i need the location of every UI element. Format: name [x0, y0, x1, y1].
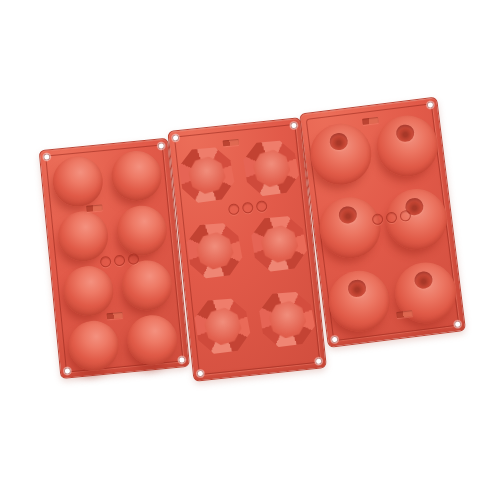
dimpled-dome-cavity: [325, 267, 393, 335]
tray-hemisphere: [39, 138, 190, 379]
hanging-hole: [196, 370, 204, 378]
dimple-crater: [414, 271, 433, 290]
dimpled-dome-cavity: [315, 194, 383, 262]
tray-dimple: [299, 97, 466, 348]
hanging-hole: [331, 336, 339, 344]
cavity-grid: [168, 118, 323, 358]
dimpled-dome-cavity: [306, 120, 374, 188]
dimpled-dome-cavity: [373, 112, 441, 180]
gem-cavity: [191, 295, 254, 358]
dimple-crater: [338, 206, 357, 225]
hemisphere-cavity: [114, 203, 169, 258]
gem-cavity: [175, 144, 238, 207]
gem-top-facet: [186, 154, 227, 195]
gem-cavity: [248, 212, 311, 275]
hemisphere-cavity: [66, 319, 121, 374]
hanging-hole: [64, 367, 72, 375]
product-photo-background: [0, 0, 500, 500]
hanging-hole: [178, 356, 186, 364]
gem-top-facet: [202, 305, 243, 346]
silicone-mold-set: [37, 101, 467, 394]
gem-cavity: [183, 219, 246, 282]
hemisphere-cavity: [109, 149, 164, 204]
hanging-hole: [454, 320, 462, 328]
hemisphere-cavity: [125, 313, 180, 368]
gem-top-facet: [194, 230, 235, 271]
gem-cavity: [240, 137, 303, 200]
gem-top-facet: [259, 223, 300, 264]
dimple-crater: [396, 124, 415, 143]
hemisphere-cavity: [61, 264, 116, 319]
hemisphere-cavity: [50, 154, 105, 209]
gem-cavity: [256, 288, 319, 351]
gem-top-facet: [266, 299, 307, 340]
gem-top-facet: [251, 147, 292, 188]
dimple-crater: [329, 132, 348, 151]
hanging-hole: [315, 357, 323, 365]
dimple-crater: [347, 279, 366, 298]
hemisphere-cavity: [119, 258, 174, 313]
tray-gem: [167, 117, 327, 382]
